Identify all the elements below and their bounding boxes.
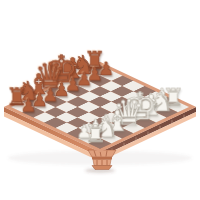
square-a1[interactable]: ♜: [89, 138, 111, 148]
piece-copper-pawn[interactable]: ♟: [5, 97, 52, 115]
chess-set-product-photo: ♜♟♟♜♞♟♟♞♝♟♟♝♚♟♟♚♛♟♟♛♝♟♟♝♞♟♟♞♜♟♟♜: [0, 0, 200, 200]
piece-white-rook[interactable]: ♜: [71, 122, 118, 146]
